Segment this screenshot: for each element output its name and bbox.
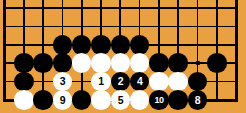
black-stone[interactable] (168, 90, 188, 110)
black-stone[interactable]: 4 (130, 72, 150, 92)
black-stone[interactable] (14, 53, 34, 73)
black-stone[interactable] (72, 35, 92, 55)
white-stone[interactable]: 1 (91, 72, 111, 92)
black-stone[interactable] (33, 53, 53, 73)
black-stone[interactable] (168, 53, 188, 73)
move-number-label: 8 (195, 95, 200, 106)
white-stone[interactable] (14, 90, 34, 110)
white-stone[interactable]: 5 (111, 90, 131, 110)
grid-line (3, 0, 6, 102)
move-number-label: 3 (60, 76, 65, 87)
black-stone[interactable] (149, 53, 169, 73)
move-number-label: 2 (118, 76, 123, 87)
black-stone[interactable] (188, 72, 208, 92)
black-stone[interactable] (111, 35, 131, 55)
black-stone[interactable] (72, 90, 92, 110)
black-stone[interactable] (33, 90, 53, 110)
black-stone[interactable]: 2 (111, 72, 131, 92)
grid-line (235, 0, 238, 102)
move-number-label: 1 (98, 76, 103, 87)
star-point (196, 61, 200, 65)
white-stone[interactable]: 9 (53, 90, 73, 110)
move-number-label: 4 (137, 76, 142, 87)
grid-line (216, 0, 218, 101)
move-number-label: 9 (60, 95, 65, 106)
move-number-label: 10 (154, 96, 163, 105)
white-stone[interactable] (168, 72, 188, 92)
white-stone[interactable] (111, 53, 131, 73)
black-stone[interactable] (53, 35, 73, 55)
white-stone[interactable] (130, 90, 150, 110)
white-stone[interactable]: 3 (53, 72, 73, 92)
white-stone[interactable] (149, 72, 169, 92)
white-stone[interactable] (130, 53, 150, 73)
black-stone[interactable] (53, 53, 73, 73)
black-stone[interactable]: 8 (188, 90, 208, 110)
grid-line (3, 7, 238, 9)
white-stone[interactable] (91, 90, 111, 110)
black-stone[interactable] (130, 35, 150, 55)
grid-line (42, 0, 44, 101)
go-board[interactable]: 312495108 (0, 0, 246, 113)
grid-line (3, 26, 238, 28)
black-stone[interactable] (207, 53, 227, 73)
white-stone[interactable] (91, 53, 111, 73)
black-stone[interactable] (14, 72, 34, 92)
move-number-label: 5 (118, 95, 123, 106)
black-stone[interactable]: 10 (149, 90, 169, 110)
white-stone[interactable] (72, 53, 92, 73)
black-stone[interactable] (91, 35, 111, 55)
